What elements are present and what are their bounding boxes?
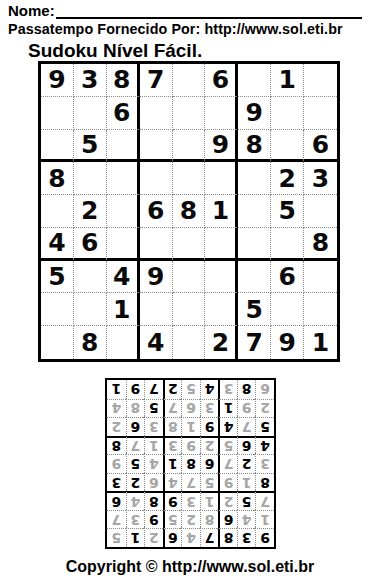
cell-r8c8[interactable] <box>271 293 304 326</box>
solution-cell-r8c3: 1 <box>218 399 237 418</box>
name-label: Nome: <box>8 2 55 19</box>
solution-cell-r7c1: 5 <box>255 417 274 436</box>
solution-cell-r3c5: 3 <box>181 491 200 510</box>
cell-r7c6[interactable] <box>205 261 238 294</box>
solution-cell-r9c9: 1 <box>107 380 126 399</box>
cell-r6c3[interactable] <box>107 228 140 261</box>
solution-cell-r9c2: 8 <box>237 380 256 399</box>
cell-r5c9[interactable] <box>304 195 337 228</box>
cell-r7c1: 5 <box>41 261 74 294</box>
solution-cell-r3c2: 5 <box>237 491 256 510</box>
solution-cell-r8c5: 6 <box>181 399 200 418</box>
solution-cell-r9c3: 3 <box>218 380 237 399</box>
solution-board: 9387462151468259377521398468195746233276… <box>105 378 276 549</box>
solution-cell-r2c4: 8 <box>200 510 219 529</box>
cell-r9c1[interactable] <box>41 326 74 359</box>
cell-r3c7: 8 <box>238 130 271 163</box>
cell-r1c2: 3 <box>74 64 107 97</box>
cell-r2c5[interactable] <box>173 97 206 130</box>
cell-r5c3[interactable] <box>107 195 140 228</box>
solution-cell-r8c1: 2 <box>255 399 274 418</box>
name-blank-line <box>56 3 362 19</box>
solution-cell-r4c9: 3 <box>107 473 126 492</box>
cell-r8c1[interactable] <box>41 293 74 326</box>
cell-r3c3[interactable] <box>107 130 140 163</box>
solution-cell-r7c3: 4 <box>218 417 237 436</box>
solution-cell-r6c6: 3 <box>163 436 182 455</box>
cell-r4c3[interactable] <box>107 162 140 195</box>
provider-line: Passatempo Fornecido Por: http://www.sol… <box>8 21 380 37</box>
solution-cell-r3c3: 2 <box>218 491 237 510</box>
cell-r1c8: 1 <box>271 64 304 97</box>
solution-cell-r4c7: 6 <box>144 473 163 492</box>
solution-cell-r5c7: 4 <box>144 454 163 473</box>
cell-r5c2: 2 <box>74 195 107 228</box>
solution-cell-r3c8: 4 <box>126 491 145 510</box>
solution-cell-r4c2: 1 <box>237 473 256 492</box>
solution-cell-r5c9: 9 <box>107 454 126 473</box>
page: Nome: Passatempo Fornecido Por: http://w… <box>0 0 380 585</box>
cell-r1c3: 8 <box>107 64 140 97</box>
solution-cell-r1c8: 1 <box>126 528 145 547</box>
cell-r6c9: 8 <box>304 228 337 261</box>
solution-cell-r4c1: 8 <box>255 473 274 492</box>
cell-r2c4[interactable] <box>140 97 173 130</box>
solution-cell-r1c6: 6 <box>163 528 182 547</box>
solution-cell-r4c6: 4 <box>163 473 182 492</box>
name-row: Nome: <box>8 2 362 19</box>
solution-cell-r7c9: 2 <box>107 417 126 436</box>
cell-r6c5[interactable] <box>173 228 206 261</box>
cell-r4c1: 8 <box>41 162 74 195</box>
cell-r5c5: 8 <box>173 195 206 228</box>
cell-r2c6[interactable] <box>205 97 238 130</box>
solution-cell-r1c1: 9 <box>255 528 274 547</box>
cell-r5c6: 1 <box>205 195 238 228</box>
cell-r7c9[interactable] <box>304 261 337 294</box>
solution-cell-r3c1: 7 <box>255 491 274 510</box>
solution-cell-r6c4: 2 <box>200 436 219 455</box>
page-title: Sudoku Nível Fácil. <box>28 40 202 62</box>
cell-r5c7[interactable] <box>238 195 271 228</box>
cell-r7c3: 4 <box>107 261 140 294</box>
cell-r3c9: 6 <box>304 130 337 163</box>
cell-r3c1[interactable] <box>41 130 74 163</box>
cell-r3c5[interactable] <box>173 130 206 163</box>
cell-r1c9[interactable] <box>304 64 337 97</box>
cell-r9c5[interactable] <box>173 326 206 359</box>
cell-r2c9[interactable] <box>304 97 337 130</box>
cell-r9c2: 8 <box>74 326 107 359</box>
cell-r6c4[interactable] <box>140 228 173 261</box>
cell-r2c3: 6 <box>107 97 140 130</box>
cell-r5c8: 5 <box>271 195 304 228</box>
cell-r4c8: 2 <box>271 162 304 195</box>
cell-r7c4: 9 <box>140 261 173 294</box>
cell-r8c6[interactable] <box>205 293 238 326</box>
cell-r9c6: 2 <box>205 326 238 359</box>
solution-cell-r9c5: 5 <box>181 380 200 399</box>
solution-cell-r3c4: 1 <box>200 491 219 510</box>
solution-cell-r1c5: 4 <box>181 528 200 547</box>
cell-r1c5[interactable] <box>173 64 206 97</box>
solution-cell-r5c6: 1 <box>163 454 182 473</box>
cell-r7c5[interactable] <box>173 261 206 294</box>
solution-cell-r6c8: 7 <box>126 436 145 455</box>
cell-r4c9: 3 <box>304 162 337 195</box>
solution-cell-r6c7: 1 <box>144 436 163 455</box>
cell-r4c6[interactable] <box>205 162 238 195</box>
solution-cell-r7c4: 9 <box>200 417 219 436</box>
cell-r6c6[interactable] <box>205 228 238 261</box>
sudoku-board: 93876169598682326815468549615842791 <box>38 61 340 362</box>
solution-cell-r2c9: 7 <box>107 510 126 529</box>
solution-cell-r5c2: 2 <box>237 454 256 473</box>
cell-r8c4[interactable] <box>140 293 173 326</box>
solution-cell-r2c6: 5 <box>163 510 182 529</box>
solution-cell-r5c3: 7 <box>218 454 237 473</box>
cell-r7c7[interactable] <box>238 261 271 294</box>
cell-r6c8[interactable] <box>271 228 304 261</box>
solution-cell-r2c8: 3 <box>126 510 145 529</box>
cell-r1c1: 9 <box>41 64 74 97</box>
solution-cell-r9c1: 6 <box>255 380 274 399</box>
cell-r3c2: 5 <box>74 130 107 163</box>
solution-cell-r1c4: 7 <box>200 528 219 547</box>
cell-r2c2[interactable] <box>74 97 107 130</box>
solution-cell-r9c6: 2 <box>163 380 182 399</box>
cell-r4c2[interactable] <box>74 162 107 195</box>
solution-cell-r4c3: 9 <box>218 473 237 492</box>
cell-r8c9[interactable] <box>304 293 337 326</box>
solution-cell-r2c3: 6 <box>218 510 237 529</box>
solution-cell-r8c7: 5 <box>144 399 163 418</box>
solution-cell-r8c9: 4 <box>107 399 126 418</box>
solution-cell-r6c3: 5 <box>218 436 237 455</box>
solution-cell-r8c6: 7 <box>163 399 182 418</box>
solution-cell-r9c7: 7 <box>144 380 163 399</box>
cell-r3c4[interactable] <box>140 130 173 163</box>
solution-cell-r5c1: 3 <box>255 454 274 473</box>
cell-r9c3[interactable] <box>107 326 140 359</box>
solution-cell-r4c4: 5 <box>200 473 219 492</box>
cell-r6c2: 6 <box>74 228 107 261</box>
solution-cell-r1c9: 5 <box>107 528 126 547</box>
solution-cell-r3c6: 9 <box>163 491 182 510</box>
cell-r3c6: 9 <box>205 130 238 163</box>
cell-r4c7[interactable] <box>238 162 271 195</box>
cell-r9c4: 4 <box>140 326 173 359</box>
cell-r8c2[interactable] <box>74 293 107 326</box>
solution-cell-r7c6: 8 <box>163 417 182 436</box>
cell-r7c2[interactable] <box>74 261 107 294</box>
cell-r5c1[interactable] <box>41 195 74 228</box>
solution-cell-r6c2: 6 <box>237 436 256 455</box>
cell-r9c7: 7 <box>238 326 271 359</box>
cell-r9c8: 9 <box>271 326 304 359</box>
solution-cell-r4c5: 7 <box>181 473 200 492</box>
solution-cell-r8c8: 8 <box>126 399 145 418</box>
solution-cell-r8c2: 9 <box>237 399 256 418</box>
solution-cell-r6c1: 4 <box>255 436 274 455</box>
cell-r8c7: 5 <box>238 293 271 326</box>
cell-r6c7[interactable] <box>238 228 271 261</box>
solution-cell-r6c9: 8 <box>107 436 126 455</box>
solution-cell-r5c8: 5 <box>126 454 145 473</box>
solution-cell-r3c7: 8 <box>144 491 163 510</box>
solution-cell-r7c8: 6 <box>126 417 145 436</box>
solution-cell-r9c8: 9 <box>126 380 145 399</box>
solution-cell-r8c4: 3 <box>200 399 219 418</box>
cell-r4c4[interactable] <box>140 162 173 195</box>
cell-r1c4: 7 <box>140 64 173 97</box>
solution-cell-r2c1: 1 <box>255 510 274 529</box>
cell-r4c5[interactable] <box>173 162 206 195</box>
solution-cell-r2c7: 9 <box>144 510 163 529</box>
solution-cell-r7c2: 7 <box>237 417 256 436</box>
cell-r8c5[interactable] <box>173 293 206 326</box>
solution-cell-r9c4: 4 <box>200 380 219 399</box>
solution-cell-r5c5: 8 <box>181 454 200 473</box>
solution-cell-r7c5: 1 <box>181 417 200 436</box>
solution-cell-r2c2: 4 <box>237 510 256 529</box>
cell-r1c7[interactable] <box>238 64 271 97</box>
solution-cell-r1c7: 2 <box>144 528 163 547</box>
cell-r2c1[interactable] <box>41 97 74 130</box>
cell-r2c7: 9 <box>238 97 271 130</box>
cell-r2c8[interactable] <box>271 97 304 130</box>
cell-r3c8[interactable] <box>271 130 304 163</box>
cell-r9c9: 1 <box>304 326 337 359</box>
cell-r8c3: 1 <box>107 293 140 326</box>
solution-cell-r4c8: 2 <box>126 473 145 492</box>
cell-r6c1: 4 <box>41 228 74 261</box>
solution-cell-r1c3: 8 <box>218 528 237 547</box>
cell-r7c8: 6 <box>271 261 304 294</box>
copyright: Copyright © http://www.sol.eti.br <box>0 558 380 576</box>
solution-cell-r2c5: 2 <box>181 510 200 529</box>
solution-cell-r6c5: 9 <box>181 436 200 455</box>
cell-r5c4: 6 <box>140 195 173 228</box>
solution-cell-r7c7: 3 <box>144 417 163 436</box>
solution-cell-r1c2: 3 <box>237 528 256 547</box>
solution-cell-r5c4: 6 <box>200 454 219 473</box>
solution-cell-r3c9: 6 <box>107 491 126 510</box>
cell-r1c6: 6 <box>205 64 238 97</box>
